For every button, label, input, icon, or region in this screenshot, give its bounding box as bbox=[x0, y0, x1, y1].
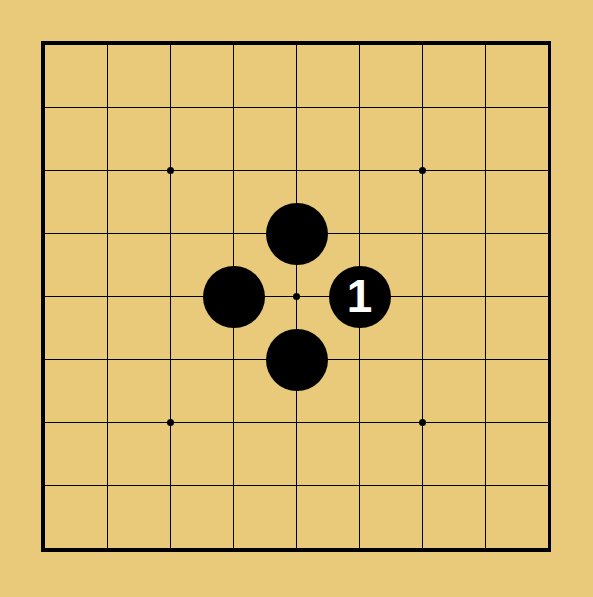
black-stone[interactable] bbox=[266, 329, 328, 391]
black-stone[interactable] bbox=[203, 266, 265, 328]
move-number-label: 1 bbox=[347, 273, 373, 319]
star-point bbox=[419, 419, 426, 426]
star-point bbox=[419, 167, 426, 174]
goban: 1 bbox=[0, 0, 593, 597]
black-stone-move-1[interactable]: 1 bbox=[329, 266, 391, 328]
star-point bbox=[293, 293, 300, 300]
star-point bbox=[167, 419, 174, 426]
star-point bbox=[167, 167, 174, 174]
board-grid[interactable]: 1 bbox=[13, 13, 580, 580]
black-stone[interactable] bbox=[266, 203, 328, 265]
